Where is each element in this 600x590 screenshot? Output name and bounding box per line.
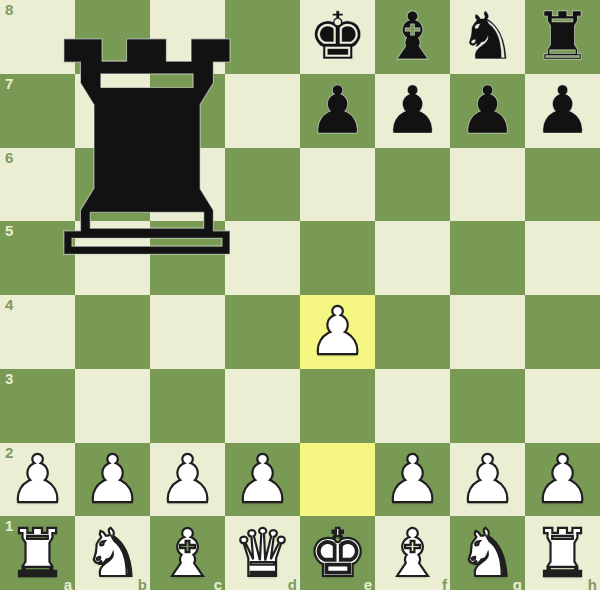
square-h6[interactable] (525, 148, 600, 222)
square-h4[interactable] (525, 295, 600, 369)
piece-white-pawn-g2[interactable]: ♟ (458, 443, 517, 516)
file-label-d: d (288, 577, 297, 590)
rank-label-8: 8 (5, 2, 13, 17)
rank-label-2: 2 (5, 445, 13, 460)
square-d5[interactable] (225, 221, 300, 295)
piece-black-king-e8[interactable]: ♚ (308, 0, 367, 73)
square-a4[interactable]: 4 (0, 295, 75, 369)
square-d8[interactable] (225, 0, 300, 74)
square-e3[interactable] (300, 369, 375, 443)
square-f7[interactable]: ♟ (375, 74, 450, 148)
square-b6[interactable] (75, 148, 150, 222)
square-c4[interactable] (150, 295, 225, 369)
square-b4[interactable] (75, 295, 150, 369)
square-a1[interactable]: ♜1a (0, 516, 75, 590)
rank-label-6: 6 (5, 150, 13, 165)
square-a5[interactable]: 5 (0, 221, 75, 295)
square-f6[interactable] (375, 148, 450, 222)
square-g3[interactable] (450, 369, 525, 443)
file-label-e: e (364, 577, 372, 590)
square-a8[interactable]: 8 (0, 0, 75, 74)
square-b5[interactable] (75, 221, 150, 295)
square-g8[interactable]: ♞ (450, 0, 525, 74)
square-f3[interactable] (375, 369, 450, 443)
file-label-g: g (513, 577, 522, 590)
chess-board: 8♚♝♞♜7♟♟♟♟654♟3♟2♟♟♟♟♟♟♜1a♞b♝c♛d♚e♝f♞g♜h (0, 0, 600, 590)
square-f1[interactable]: ♝f (375, 516, 450, 590)
square-c8[interactable] (150, 0, 225, 74)
file-label-c: c (214, 577, 222, 590)
rank-label-7: 7 (5, 76, 13, 91)
file-label-b: b (138, 577, 147, 590)
piece-white-bishop-f1[interactable]: ♝ (383, 517, 442, 590)
square-a7[interactable]: 7 (0, 74, 75, 148)
piece-white-king-e1[interactable]: ♚ (308, 517, 367, 590)
square-h8[interactable]: ♜ (525, 0, 600, 74)
piece-white-queen-d1[interactable]: ♛ (233, 517, 292, 590)
file-label-f: f (442, 577, 447, 590)
square-h2[interactable]: ♟ (525, 443, 600, 517)
square-h7[interactable]: ♟ (525, 74, 600, 148)
piece-white-knight-b1[interactable]: ♞ (83, 517, 142, 590)
piece-white-pawn-d2[interactable]: ♟ (233, 443, 292, 516)
piece-white-pawn-h2[interactable]: ♟ (533, 443, 592, 516)
square-h3[interactable] (525, 369, 600, 443)
square-b7[interactable] (75, 74, 150, 148)
square-d4[interactable] (225, 295, 300, 369)
square-e8[interactable]: ♚ (300, 0, 375, 74)
piece-white-pawn-b2[interactable]: ♟ (83, 443, 142, 516)
piece-white-pawn-e4[interactable]: ♟ (308, 295, 367, 368)
square-c7[interactable] (150, 74, 225, 148)
square-e6[interactable] (300, 148, 375, 222)
rank-label-1: 1 (5, 518, 13, 533)
rank-label-5: 5 (5, 223, 13, 238)
piece-white-pawn-f2[interactable]: ♟ (383, 443, 442, 516)
square-c1[interactable]: ♝c (150, 516, 225, 590)
file-label-h: h (588, 577, 597, 590)
square-c5[interactable] (150, 221, 225, 295)
piece-white-rook-a1[interactable]: ♜ (8, 517, 67, 590)
square-a3[interactable]: 3 (0, 369, 75, 443)
square-f8[interactable]: ♝ (375, 0, 450, 74)
piece-black-rook-h8[interactable]: ♜ (533, 0, 592, 73)
square-h5[interactable] (525, 221, 600, 295)
square-e5[interactable] (300, 221, 375, 295)
square-d1[interactable]: ♛d (225, 516, 300, 590)
square-c2[interactable]: ♟ (150, 443, 225, 517)
piece-white-pawn-c2[interactable]: ♟ (158, 443, 217, 516)
square-h1[interactable]: ♜h (525, 516, 600, 590)
piece-black-pawn-f7[interactable]: ♟ (383, 74, 442, 147)
square-g6[interactable] (450, 148, 525, 222)
square-g5[interactable] (450, 221, 525, 295)
piece-black-pawn-g7[interactable]: ♟ (458, 74, 517, 147)
square-g2[interactable]: ♟ (450, 443, 525, 517)
square-a2[interactable]: ♟2 (0, 443, 75, 517)
square-d6[interactable] (225, 148, 300, 222)
piece-black-pawn-h7[interactable]: ♟ (533, 74, 592, 147)
file-label-a: a (64, 577, 72, 590)
square-c3[interactable] (150, 369, 225, 443)
square-g4[interactable] (450, 295, 525, 369)
square-b1[interactable]: ♞b (75, 516, 150, 590)
square-f5[interactable] (375, 221, 450, 295)
square-g7[interactable]: ♟ (450, 74, 525, 148)
piece-white-knight-g1[interactable]: ♞ (458, 517, 517, 590)
square-e2[interactable] (300, 443, 375, 517)
piece-white-rook-h1[interactable]: ♜ (533, 517, 592, 590)
square-d3[interactable] (225, 369, 300, 443)
square-b2[interactable]: ♟ (75, 443, 150, 517)
square-g1[interactable]: ♞g (450, 516, 525, 590)
piece-black-bishop-f8[interactable]: ♝ (383, 0, 442, 73)
square-d2[interactable]: ♟ (225, 443, 300, 517)
square-b3[interactable] (75, 369, 150, 443)
rank-label-3: 3 (5, 371, 13, 386)
square-f2[interactable]: ♟ (375, 443, 450, 517)
square-a6[interactable]: 6 (0, 148, 75, 222)
piece-white-pawn-a2[interactable]: ♟ (8, 443, 67, 516)
piece-black-pawn-e7[interactable]: ♟ (308, 74, 367, 147)
board-wrap: 8♚♝♞♜7♟♟♟♟654♟3♟2♟♟♟♟♟♟♜1a♞b♝c♛d♚e♝f♞g♜h… (0, 0, 600, 590)
square-e1[interactable]: ♚e (300, 516, 375, 590)
piece-white-bishop-c1[interactable]: ♝ (158, 517, 217, 590)
square-b8[interactable] (75, 0, 150, 74)
rank-label-4: 4 (5, 297, 13, 312)
square-d7[interactable] (225, 74, 300, 148)
square-c6[interactable] (150, 148, 225, 222)
square-e4[interactable]: ♟ (300, 295, 375, 369)
square-f4[interactable] (375, 295, 450, 369)
square-e7[interactable]: ♟ (300, 74, 375, 148)
piece-black-knight-g8[interactable]: ♞ (458, 0, 517, 73)
